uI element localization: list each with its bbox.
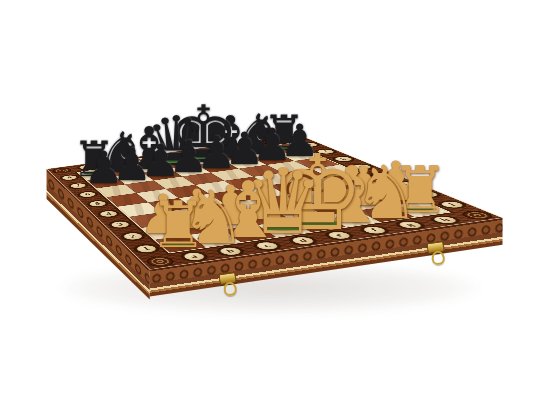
pieces-layer: ♜♞♟♝♟♚♟♛♟♝♞♟♜♟♟♟♟♟♟♜♟♞♟♝♟♚♟♛♟♝♞♜ <box>0 0 533 412</box>
chess-set-product-photo: 88aa77bb66cc55dd44ee33ff22gg11hh ♜♞♟♝♟♚♟… <box>0 0 533 412</box>
piece-black-pawn-a7: ♟ <box>81 146 125 190</box>
piece-white-rook-a1: ♜ <box>146 193 210 257</box>
pawn-glyph: ♟ <box>81 146 125 190</box>
rook-glyph: ♜ <box>146 193 210 257</box>
